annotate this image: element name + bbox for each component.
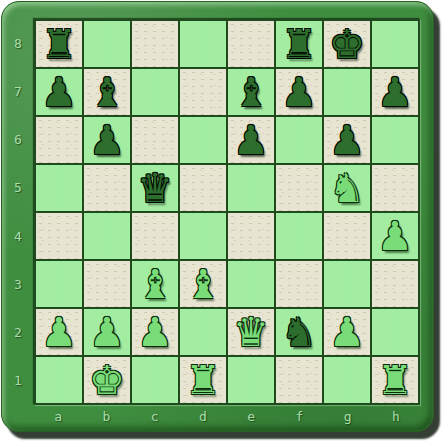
- square-e1[interactable]: [228, 357, 274, 403]
- square-a6[interactable]: [36, 117, 82, 163]
- square-e5[interactable]: [228, 165, 274, 211]
- square-a3[interactable]: [36, 261, 82, 307]
- black-pawn-b6[interactable]: ♟: [89, 117, 125, 163]
- square-e6[interactable]: ♟: [228, 117, 274, 163]
- square-g4[interactable]: [324, 213, 370, 259]
- square-c7[interactable]: [132, 69, 178, 115]
- square-d5[interactable]: [180, 165, 226, 211]
- square-a5[interactable]: [36, 165, 82, 211]
- square-a8[interactable]: ♜: [36, 21, 82, 67]
- file-label-f: f: [275, 403, 323, 429]
- square-c5[interactable]: ♛: [132, 165, 178, 211]
- square-e3[interactable]: [228, 261, 274, 307]
- square-g6[interactable]: ♟: [324, 117, 370, 163]
- square-e4[interactable]: [228, 213, 274, 259]
- black-bishop-e7[interactable]: ♝: [233, 69, 269, 115]
- file-label-h: h: [372, 403, 420, 429]
- square-g2[interactable]: ♟: [324, 309, 370, 355]
- square-d7[interactable]: [180, 69, 226, 115]
- white-rook-d1[interactable]: ♜: [185, 357, 221, 403]
- square-d4[interactable]: [180, 213, 226, 259]
- rank-label-7: 7: [4, 67, 32, 115]
- square-c4[interactable]: [132, 213, 178, 259]
- file-label-g: g: [324, 403, 372, 429]
- square-f4[interactable]: [276, 213, 322, 259]
- square-b3[interactable]: [84, 261, 130, 307]
- square-d3[interactable]: ♝: [180, 261, 226, 307]
- black-rook-a8[interactable]: ♜: [41, 21, 77, 67]
- square-f3[interactable]: [276, 261, 322, 307]
- square-g8[interactable]: ♚: [324, 21, 370, 67]
- black-pawn-g6[interactable]: ♟: [329, 117, 365, 163]
- black-pawn-h7[interactable]: ♟: [377, 69, 413, 115]
- square-e2[interactable]: ♛: [228, 309, 274, 355]
- square-h4[interactable]: ♟: [372, 213, 418, 259]
- chess-board: ♜♜♚♟♝♝♟♟♟♟♟♛♞♟♝♝♟♟♟♛♞♟♚♜♜: [34, 19, 420, 405]
- square-g7[interactable]: [324, 69, 370, 115]
- black-knight-f2[interactable]: ♞: [281, 309, 317, 355]
- page-background: 87654321 abcdefgh ♜♜♚♟♝♝♟♟♟♟♟♛♞♟♝♝♟♟♟♛♞♟…: [0, 0, 444, 442]
- square-a2[interactable]: ♟: [36, 309, 82, 355]
- rank-label-5: 5: [4, 164, 32, 212]
- square-b1[interactable]: ♚: [84, 357, 130, 403]
- black-queen-c5[interactable]: ♛: [137, 165, 173, 211]
- white-pawn-a2[interactable]: ♟: [41, 309, 77, 355]
- white-pawn-g2[interactable]: ♟: [329, 309, 365, 355]
- rank-label-1: 1: [4, 357, 32, 405]
- rank-label-4: 4: [4, 212, 32, 260]
- white-pawn-c2[interactable]: ♟: [137, 309, 173, 355]
- square-c6[interactable]: [132, 117, 178, 163]
- square-h8[interactable]: [372, 21, 418, 67]
- square-h6[interactable]: [372, 117, 418, 163]
- square-f6[interactable]: [276, 117, 322, 163]
- square-b6[interactable]: ♟: [84, 117, 130, 163]
- black-rook-f8[interactable]: ♜: [281, 21, 317, 67]
- rank-label-8: 8: [4, 19, 32, 67]
- square-b5[interactable]: [84, 165, 130, 211]
- square-b7[interactable]: ♝: [84, 69, 130, 115]
- black-bishop-b7[interactable]: ♝: [89, 69, 125, 115]
- black-king-g8[interactable]: ♚: [329, 21, 365, 67]
- square-a7[interactable]: ♟: [36, 69, 82, 115]
- square-e7[interactable]: ♝: [228, 69, 274, 115]
- white-rook-h1[interactable]: ♜: [377, 357, 413, 403]
- file-label-e: e: [227, 403, 275, 429]
- square-c2[interactable]: ♟: [132, 309, 178, 355]
- square-f8[interactable]: ♜: [276, 21, 322, 67]
- file-label-a: a: [34, 403, 82, 429]
- square-g1[interactable]: [324, 357, 370, 403]
- square-d6[interactable]: [180, 117, 226, 163]
- black-pawn-f7[interactable]: ♟: [281, 69, 317, 115]
- square-d2[interactable]: [180, 309, 226, 355]
- square-h1[interactable]: ♜: [372, 357, 418, 403]
- rank-label-2: 2: [4, 309, 32, 357]
- square-e8[interactable]: [228, 21, 274, 67]
- square-g3[interactable]: [324, 261, 370, 307]
- file-label-c: c: [131, 403, 179, 429]
- board-frame: 87654321 abcdefgh ♜♜♚♟♝♝♟♟♟♟♟♛♞♟♝♝♟♟♟♛♞♟…: [1, 1, 434, 432]
- file-label-b: b: [82, 403, 130, 429]
- square-a1[interactable]: [36, 357, 82, 403]
- white-queen-e2[interactable]: ♛: [233, 309, 269, 355]
- square-c1[interactable]: [132, 357, 178, 403]
- square-d1[interactable]: ♜: [180, 357, 226, 403]
- rank-label-3: 3: [4, 260, 32, 308]
- white-king-b1[interactable]: ♚: [89, 357, 125, 403]
- square-c3[interactable]: ♝: [132, 261, 178, 307]
- square-b2[interactable]: ♟: [84, 309, 130, 355]
- square-a4[interactable]: [36, 213, 82, 259]
- file-labels: abcdefgh: [34, 403, 420, 429]
- square-b8[interactable]: [84, 21, 130, 67]
- square-f2[interactable]: ♞: [276, 309, 322, 355]
- white-pawn-h4[interactable]: ♟: [377, 213, 413, 259]
- square-g5[interactable]: ♞: [324, 165, 370, 211]
- black-pawn-e6[interactable]: ♟: [233, 117, 269, 163]
- square-c8[interactable]: [132, 21, 178, 67]
- file-label-d: d: [179, 403, 227, 429]
- white-bishop-c3[interactable]: ♝: [137, 261, 173, 307]
- rank-label-6: 6: [4, 116, 32, 164]
- square-f7[interactable]: ♟: [276, 69, 322, 115]
- square-h7[interactable]: ♟: [372, 69, 418, 115]
- square-h3[interactable]: [372, 261, 418, 307]
- white-bishop-d3[interactable]: ♝: [185, 261, 221, 307]
- white-knight-g5[interactable]: ♞: [329, 165, 365, 211]
- square-b4[interactable]: [84, 213, 130, 259]
- square-f1[interactable]: [276, 357, 322, 403]
- square-h2[interactable]: [372, 309, 418, 355]
- square-f5[interactable]: [276, 165, 322, 211]
- square-d8[interactable]: [180, 21, 226, 67]
- rank-labels: 87654321: [4, 19, 32, 405]
- white-pawn-b2[interactable]: ♟: [89, 309, 125, 355]
- black-pawn-a7[interactable]: ♟: [41, 69, 77, 115]
- square-h5[interactable]: [372, 165, 418, 211]
